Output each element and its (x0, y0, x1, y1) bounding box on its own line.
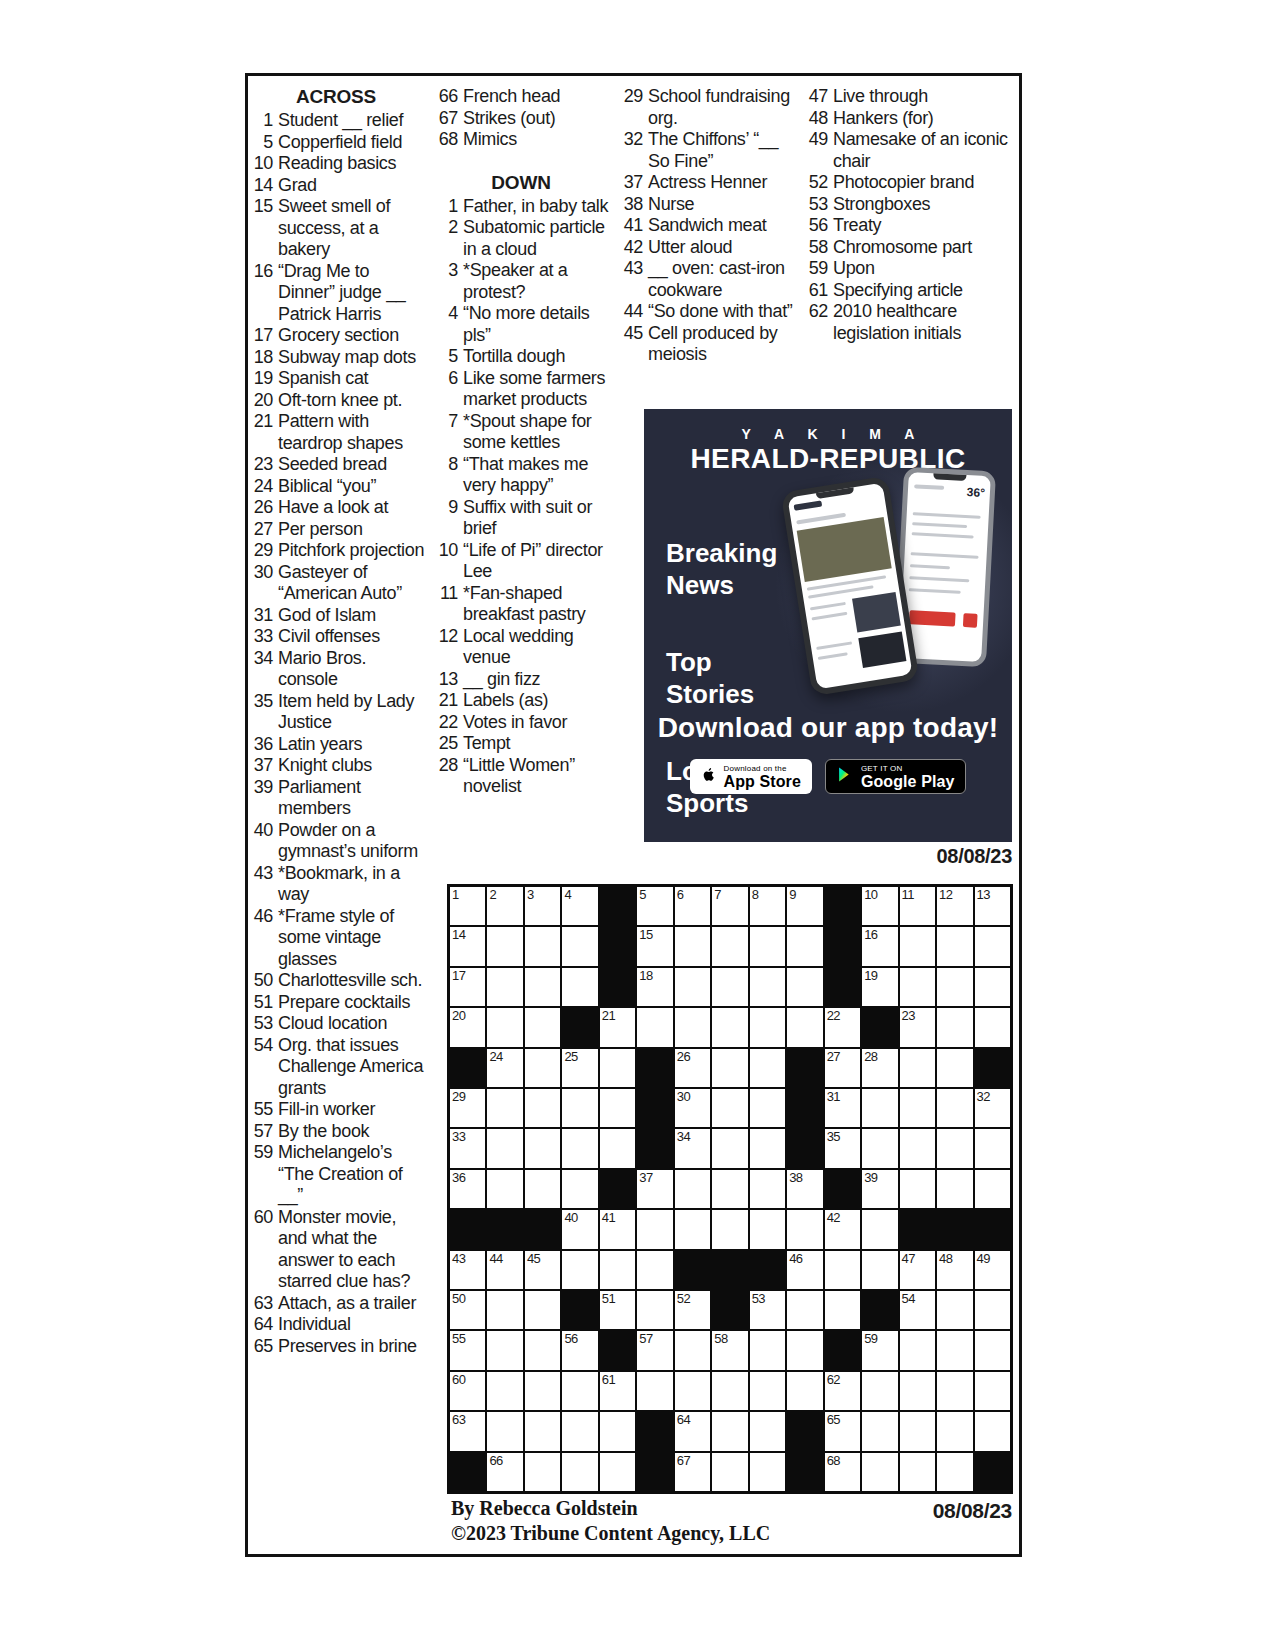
cell-r3c6[interactable]: 18 (636, 967, 673, 1007)
cell-r3c3[interactable] (524, 967, 561, 1007)
clue-text: Have a look at (278, 497, 426, 519)
cell-r14c4[interactable] (561, 1411, 598, 1451)
cell-r12c15[interactable] (974, 1330, 1011, 1370)
cell-r14c3[interactable] (524, 1411, 561, 1451)
cell-r13c10[interactable] (786, 1371, 823, 1411)
black-cell-r6c6 (636, 1088, 673, 1128)
cell-r7c3[interactable] (524, 1128, 561, 1168)
cell-r6c9[interactable] (749, 1088, 786, 1128)
down-clues-list-2: 29School fundraising org.32The Chiffons’… (622, 86, 796, 366)
cell-r3c2[interactable] (486, 967, 523, 1007)
clue-number: 32 (622, 129, 648, 172)
clue: 21Pattern with teardrop shapes (252, 411, 426, 454)
cell-r2c4[interactable] (561, 926, 598, 966)
cell-r7c7[interactable]: 34 (674, 1128, 711, 1168)
cell-number: 46 (789, 1252, 802, 1266)
clue: 10“Life of Pi” director Lee (437, 540, 611, 583)
cell-number: 14 (452, 928, 465, 942)
cell-r15c11[interactable]: 68 (824, 1452, 861, 1492)
clue-text: By the book (278, 1121, 426, 1143)
cell-r7c5[interactable] (599, 1128, 636, 1168)
cell-r2c3[interactable] (524, 926, 561, 966)
clue-text: Subatomic particle in a cloud (463, 217, 611, 260)
cell-number: 20 (452, 1009, 465, 1023)
cell-r6c7[interactable]: 30 (674, 1088, 711, 1128)
cell-r4c1[interactable]: 20 (449, 1007, 486, 1047)
clue: 39Parliament members (252, 777, 426, 820)
cell-r4c14[interactable] (936, 1007, 973, 1047)
cell-number: 40 (564, 1211, 577, 1225)
cell-r5c12[interactable]: 28 (861, 1048, 898, 1088)
clue: 25Tempt (437, 733, 611, 755)
cell-r13c8[interactable] (711, 1371, 748, 1411)
cell-r1c14[interactable]: 12 (936, 886, 973, 926)
clue-text: Parliament members (278, 777, 426, 820)
clue: 58Chromosome part (807, 237, 1013, 259)
cell-r13c14[interactable] (936, 1371, 973, 1411)
clue-text: Hankers (for) (833, 108, 1013, 130)
clue: 44“So done with that” (622, 301, 796, 323)
cell-r12c8[interactable]: 58 (711, 1330, 748, 1370)
cell-r13c2[interactable] (486, 1371, 523, 1411)
cell-number: 27 (827, 1050, 840, 1064)
clue: 6Like some farmers market products (437, 368, 611, 411)
clue-number: 6 (437, 368, 463, 411)
cell-number: 33 (452, 1130, 465, 1144)
clue-text: Chromosome part (833, 237, 1013, 259)
cell-r4c8[interactable] (711, 1007, 748, 1047)
cell-r1c15[interactable]: 13 (974, 886, 1011, 926)
cell-r6c11[interactable]: 31 (824, 1088, 861, 1128)
clue: 52Photocopier brand (807, 172, 1013, 194)
phone-red-button (909, 610, 956, 626)
cell-number: 28 (864, 1050, 877, 1064)
cell-r14c9[interactable] (749, 1411, 786, 1451)
cell-r10c6[interactable] (636, 1250, 673, 1290)
cell-r13c9[interactable] (749, 1371, 786, 1411)
cell-r6c4[interactable] (561, 1088, 598, 1128)
cell-r2c6[interactable]: 15 (636, 926, 673, 966)
clue-number: 1 (252, 110, 278, 132)
cell-r1c12[interactable]: 10 (861, 886, 898, 926)
cell-r9c4[interactable]: 40 (561, 1209, 598, 1249)
cell-r1c9[interactable]: 8 (749, 886, 786, 926)
cell-r13c1[interactable]: 60 (449, 1371, 486, 1411)
cell-r1c7[interactable]: 6 (674, 886, 711, 926)
cell-r12c7[interactable] (674, 1330, 711, 1370)
clue: 13__ gin fizz (437, 669, 611, 691)
cell-r2c9[interactable] (749, 926, 786, 966)
cell-r14c14[interactable] (936, 1411, 973, 1451)
cell-r14c1[interactable]: 63 (449, 1411, 486, 1451)
clue: 3*Speaker at a protest? (437, 260, 611, 303)
cell-r5c5[interactable] (599, 1048, 636, 1088)
cell-r2c10[interactable] (786, 926, 823, 966)
cell-r5c4[interactable]: 25 (561, 1048, 598, 1088)
cell-r12c1[interactable]: 55 (449, 1330, 486, 1370)
cell-r3c12[interactable]: 19 (861, 967, 898, 1007)
app-store-badge[interactable]: Download on the App Store (690, 759, 812, 794)
clue-text: God of Islam (278, 605, 426, 627)
cell-r1c1[interactable]: 1 (449, 886, 486, 926)
cell-r13c4[interactable] (561, 1371, 598, 1411)
cell-r5c8[interactable] (711, 1048, 748, 1088)
cell-r14c5[interactable] (599, 1411, 636, 1451)
cell-r2c13[interactable] (899, 926, 936, 966)
black-cell-r10c8 (711, 1250, 748, 1290)
clue-number: 39 (252, 777, 278, 820)
clue-number: 66 (437, 86, 463, 108)
clue-number: 33 (252, 626, 278, 648)
cell-r2c12[interactable]: 16 (861, 926, 898, 966)
clue-number: 65 (252, 1336, 278, 1358)
cell-r15c2[interactable]: 66 (486, 1452, 523, 1492)
clue-number: 68 (437, 129, 463, 151)
clue-text: Michelangelo’s “The Creation of __” (278, 1142, 426, 1207)
cell-r14c7[interactable]: 64 (674, 1411, 711, 1451)
cell-r4c6[interactable] (636, 1007, 673, 1047)
cell-r13c13[interactable] (899, 1371, 936, 1411)
cell-r15c3[interactable] (524, 1452, 561, 1492)
clue-number: 59 (252, 1142, 278, 1207)
cell-r7c14[interactable] (936, 1128, 973, 1168)
cell-r9c10[interactable] (786, 1209, 823, 1249)
cell-r3c7[interactable] (674, 967, 711, 1007)
cell-r15c13[interactable] (899, 1452, 936, 1492)
cell-r3c9[interactable] (749, 967, 786, 1007)
cell-r11c5[interactable]: 51 (599, 1290, 636, 1330)
cell-r5c13[interactable] (899, 1048, 936, 1088)
cell-r11c14[interactable] (936, 1290, 973, 1330)
black-cell-r15c1 (449, 1452, 486, 1492)
cell-number: 61 (602, 1373, 615, 1387)
cell-r11c11[interactable] (824, 1290, 861, 1330)
cell-r14c8[interactable] (711, 1411, 748, 1451)
cell-r10c5[interactable] (599, 1250, 636, 1290)
cell-r3c8[interactable] (711, 967, 748, 1007)
clue-text: “Drag Me to Dinner” judge __ Patrick Har… (278, 261, 426, 326)
clue: 21Labels (as) (437, 690, 611, 712)
cell-r15c14[interactable] (936, 1452, 973, 1492)
cell-r4c3[interactable] (524, 1007, 561, 1047)
black-cell-r12c5 (599, 1330, 636, 1370)
cell-r10c1[interactable]: 43 (449, 1250, 486, 1290)
cell-r13c3[interactable] (524, 1371, 561, 1411)
cell-r5c11[interactable]: 27 (824, 1048, 861, 1088)
cell-r11c15[interactable] (974, 1290, 1011, 1330)
cell-number: 39 (864, 1171, 877, 1185)
cell-r14c15[interactable] (974, 1411, 1011, 1451)
cell-r15c8[interactable] (711, 1452, 748, 1492)
cell-r13c7[interactable] (674, 1371, 711, 1411)
cell-r14c11[interactable]: 65 (824, 1411, 861, 1451)
cell-r7c8[interactable] (711, 1128, 748, 1168)
clue-text: “No more details pls” (463, 303, 611, 346)
cell-r4c10[interactable] (786, 1007, 823, 1047)
cell-number: 57 (639, 1332, 652, 1346)
cell-r4c2[interactable] (486, 1007, 523, 1047)
cell-r10c4[interactable] (561, 1250, 598, 1290)
cell-r4c5[interactable]: 21 (599, 1007, 636, 1047)
clue-number: 36 (252, 734, 278, 756)
clue-number: 53 (807, 194, 833, 216)
cell-r8c8[interactable] (711, 1169, 748, 1209)
black-cell-r5c15 (974, 1048, 1011, 1088)
clue-number: 28 (437, 755, 463, 798)
clue: 16“Drag Me to Dinner” judge __ Patrick H… (252, 261, 426, 326)
clue: 63Attach, as a trailer (252, 1293, 426, 1315)
cell-r6c5[interactable] (599, 1088, 636, 1128)
cell-r8c1[interactable]: 36 (449, 1169, 486, 1209)
black-cell-r4c4 (561, 1007, 598, 1047)
cell-r9c11[interactable]: 42 (824, 1209, 861, 1249)
cell-r8c10[interactable]: 38 (786, 1169, 823, 1209)
cell-r8c13[interactable] (899, 1169, 936, 1209)
cell-r2c1[interactable]: 14 (449, 926, 486, 966)
cell-r12c2[interactable] (486, 1330, 523, 1370)
clue: 28“Little Women” novelist (437, 755, 611, 798)
cell-r12c6[interactable]: 57 (636, 1330, 673, 1370)
cell-r6c12[interactable] (861, 1088, 898, 1128)
cell-r11c3[interactable] (524, 1290, 561, 1330)
cell-r15c5[interactable] (599, 1452, 636, 1492)
cell-r1c8[interactable]: 7 (711, 886, 748, 926)
clue: 38Nurse (622, 194, 796, 216)
clue-text: Spanish cat (278, 368, 426, 390)
cell-r5c14[interactable] (936, 1048, 973, 1088)
clue-text: The Chiffons’ “__ So Fine” (648, 129, 796, 172)
cell-r5c2[interactable]: 24 (486, 1048, 523, 1088)
cell-r12c13[interactable] (899, 1330, 936, 1370)
cell-r10c3[interactable]: 45 (524, 1250, 561, 1290)
cell-r6c8[interactable] (711, 1088, 748, 1128)
cell-r4c7[interactable] (674, 1007, 711, 1047)
cell-r13c5[interactable]: 61 (599, 1371, 636, 1411)
black-cell-r3c5 (599, 967, 636, 1007)
cell-r6c15[interactable]: 32 (974, 1088, 1011, 1128)
clue-number: 12 (437, 626, 463, 669)
cell-r10c15[interactable]: 49 (974, 1250, 1011, 1290)
cell-r1c2[interactable]: 2 (486, 886, 523, 926)
cell-r9c6[interactable] (636, 1209, 673, 1249)
puzzle-date: 08/08/23 (937, 845, 1012, 868)
black-cell-r3c11 (824, 967, 861, 1007)
cell-r12c10[interactable] (786, 1330, 823, 1370)
clue: 36Latin years (252, 734, 426, 756)
cell-r9c12[interactable] (861, 1209, 898, 1249)
cell-r15c4[interactable] (561, 1452, 598, 1492)
clue: 29School fundraising org. (622, 86, 796, 129)
cell-r11c1[interactable]: 50 (449, 1290, 486, 1330)
cell-r1c13[interactable]: 11 (899, 886, 936, 926)
clue-number: 29 (622, 86, 648, 129)
cell-r5c7[interactable]: 26 (674, 1048, 711, 1088)
across-clues-tail: 66French head67Strikes (out)68Mimics (437, 86, 611, 151)
cell-r2c8[interactable] (711, 926, 748, 966)
clue: 41Sandwich meat (622, 215, 796, 237)
cell-number: 18 (639, 969, 652, 983)
cell-r7c13[interactable] (899, 1128, 936, 1168)
black-cell-r8c11 (824, 1169, 861, 1209)
cell-r13c11[interactable]: 62 (824, 1371, 861, 1411)
clue-number: 23 (252, 454, 278, 476)
cell-r7c4[interactable] (561, 1128, 598, 1168)
cell-r6c13[interactable] (899, 1088, 936, 1128)
cell-r11c13[interactable]: 54 (899, 1290, 936, 1330)
cell-r10c2[interactable]: 44 (486, 1250, 523, 1290)
cell-r9c7[interactable] (674, 1209, 711, 1249)
clue-number: 60 (252, 1207, 278, 1293)
cell-number: 36 (452, 1171, 465, 1185)
cell-r8c12[interactable]: 39 (861, 1169, 898, 1209)
cell-r6c2[interactable] (486, 1088, 523, 1128)
cell-r7c12[interactable] (861, 1128, 898, 1168)
cell-r3c13[interactable] (899, 967, 936, 1007)
cell-r10c11[interactable] (824, 1250, 861, 1290)
cell-r15c12[interactable] (861, 1452, 898, 1492)
cell-r9c9[interactable] (749, 1209, 786, 1249)
cell-number: 2 (489, 888, 496, 902)
cell-r11c9[interactable]: 53 (749, 1290, 786, 1330)
cell-r7c9[interactable] (749, 1128, 786, 1168)
cell-r8c6[interactable]: 37 (636, 1169, 673, 1209)
cell-r2c7[interactable] (674, 926, 711, 966)
clue-text: Like some farmers market products (463, 368, 611, 411)
cell-r3c1[interactable]: 17 (449, 967, 486, 1007)
cell-number: 43 (452, 1252, 465, 1266)
clue-number: 41 (622, 215, 648, 237)
cell-r14c13[interactable] (899, 1411, 936, 1451)
cell-r10c10[interactable]: 46 (786, 1250, 823, 1290)
weather-temp: 36° (966, 485, 985, 500)
clue-text: French head (463, 86, 611, 108)
cell-r8c14[interactable] (936, 1169, 973, 1209)
cell-r10c12[interactable] (861, 1250, 898, 1290)
cell-r5c3[interactable] (524, 1048, 561, 1088)
cell-r4c11[interactable]: 22 (824, 1007, 861, 1047)
clue: 65Preserves in brine (252, 1336, 426, 1358)
cell-r6c3[interactable] (524, 1088, 561, 1128)
clue-number: 55 (252, 1099, 278, 1121)
crossword-grid: 1234567891011121314151617181920212223242… (447, 884, 1013, 1494)
cell-r7c1[interactable]: 33 (449, 1128, 486, 1168)
cell-r8c15[interactable] (974, 1169, 1011, 1209)
cell-r13c12[interactable] (861, 1371, 898, 1411)
cell-r13c6[interactable] (636, 1371, 673, 1411)
cell-r6c14[interactable] (936, 1088, 973, 1128)
cell-r1c4[interactable]: 4 (561, 886, 598, 926)
cell-r9c5[interactable]: 41 (599, 1209, 636, 1249)
cell-r4c13[interactable]: 23 (899, 1007, 936, 1047)
cell-r4c9[interactable] (749, 1007, 786, 1047)
cell-r11c6[interactable] (636, 1290, 673, 1330)
across-header: ACROSS (252, 86, 420, 108)
cell-r11c7[interactable]: 52 (674, 1290, 711, 1330)
clue-text: Attach, as a trailer (278, 1293, 426, 1315)
cell-r4c15[interactable] (974, 1007, 1011, 1047)
cell-r8c2[interactable] (486, 1169, 523, 1209)
clue-number: 10 (437, 540, 463, 583)
cell-r5c9[interactable] (749, 1048, 786, 1088)
cell-r12c12[interactable]: 59 (861, 1330, 898, 1370)
cell-r3c10[interactable] (786, 967, 823, 1007)
clue-text: Suffix with suit or brief (463, 497, 611, 540)
cell-r6c1[interactable]: 29 (449, 1088, 486, 1128)
cell-r11c2[interactable] (486, 1290, 523, 1330)
cell-r8c9[interactable] (749, 1169, 786, 1209)
black-cell-r15c15 (974, 1452, 1011, 1492)
cell-r14c12[interactable] (861, 1411, 898, 1451)
cell-r12c4[interactable]: 56 (561, 1330, 598, 1370)
cell-r3c15[interactable] (974, 967, 1011, 1007)
cell-r7c11[interactable]: 35 (824, 1128, 861, 1168)
cell-r15c9[interactable] (749, 1452, 786, 1492)
cell-r1c10[interactable]: 9 (786, 886, 823, 926)
cell-r2c14[interactable] (936, 926, 973, 966)
cell-r9c8[interactable] (711, 1209, 748, 1249)
cell-r13c15[interactable] (974, 1371, 1011, 1411)
clue-column-1: ACROSS 1Student __ relief5Copperfield fi… (252, 86, 426, 1357)
clue-number: 25 (437, 733, 463, 755)
cell-r14c2[interactable] (486, 1411, 523, 1451)
cell-r12c3[interactable] (524, 1330, 561, 1370)
clue-text: Grad (278, 175, 426, 197)
cell-r3c14[interactable] (936, 967, 973, 1007)
cell-r10c13[interactable]: 47 (899, 1250, 936, 1290)
cell-r8c7[interactable] (674, 1169, 711, 1209)
clue-number: 22 (437, 712, 463, 734)
cell-r2c2[interactable] (486, 926, 523, 966)
clue-text: Fill-in worker (278, 1099, 426, 1121)
clue: 43__ oven: cast-iron cookware (622, 258, 796, 301)
cell-r10c14[interactable]: 48 (936, 1250, 973, 1290)
cell-r3c4[interactable] (561, 967, 598, 1007)
cell-number: 35 (827, 1130, 840, 1144)
cell-r15c7[interactable]: 67 (674, 1452, 711, 1492)
cell-r2c15[interactable] (974, 926, 1011, 966)
cell-number: 42 (827, 1211, 840, 1225)
cell-r11c10[interactable] (786, 1290, 823, 1330)
clue-number: 29 (252, 540, 278, 562)
cell-r1c3[interactable]: 3 (524, 886, 561, 926)
cell-number: 22 (827, 1009, 840, 1023)
google-play-badge[interactable]: GET IT ON Google Play (825, 759, 967, 794)
black-cell-r14c10 (786, 1411, 823, 1451)
cell-r12c14[interactable] (936, 1330, 973, 1370)
clue-text: School fundraising org. (648, 86, 796, 129)
cell-r8c4[interactable] (561, 1169, 598, 1209)
clue-number: 50 (252, 970, 278, 992)
clue: 59Michelangelo’s “The Creation of __” (252, 1142, 426, 1207)
ad-line-breaking-news: Breaking News (666, 537, 777, 601)
clue-text: Preserves in brine (278, 1336, 426, 1358)
app-advertisement: Y A K I M A HERALD-REPUBLIC 36° (644, 409, 1012, 842)
cell-r1c6[interactable]: 5 (636, 886, 673, 926)
down-clues-list-3: 47Live through48Hankers (for)49Namesake … (807, 86, 1013, 344)
google-play-badge-small-text: GET IT ON (861, 764, 955, 773)
clue-number: 24 (252, 476, 278, 498)
cell-r12c9[interactable] (749, 1330, 786, 1370)
clue: 66French head (437, 86, 611, 108)
cell-number: 9 (789, 888, 796, 902)
clue: 57By the book (252, 1121, 426, 1143)
cell-r7c15[interactable] (974, 1128, 1011, 1168)
cell-number: 25 (564, 1050, 577, 1064)
cell-r7c2[interactable] (486, 1128, 523, 1168)
black-cell-r5c6 (636, 1048, 673, 1088)
cell-r8c3[interactable] (524, 1169, 561, 1209)
clue-number: 1 (437, 196, 463, 218)
